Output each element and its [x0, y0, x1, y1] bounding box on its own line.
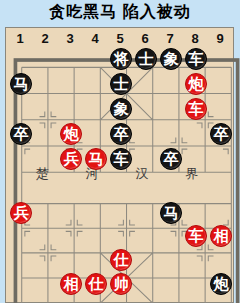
river-text: 界	[183, 166, 201, 181]
piece-red-cannon[interactable]: 炮	[185, 73, 207, 95]
piece-red-advisor[interactable]: 仕	[110, 249, 132, 271]
piece-black-soldier[interactable]: 卒	[110, 123, 132, 145]
piece-red-chariot[interactable]: 车	[185, 225, 207, 247]
piece-black-horse[interactable]: 马	[160, 202, 182, 224]
piece-red-elephant[interactable]: 相	[60, 273, 82, 295]
piece-red-soldier[interactable]: 兵	[60, 148, 82, 170]
piece-red-chariot[interactable]: 车	[185, 98, 207, 120]
piece-black-elephant[interactable]: 象	[160, 48, 182, 70]
piece-black-general[interactable]: 将	[110, 48, 132, 70]
piece-red-king[interactable]: 帅	[110, 273, 132, 295]
river-text: 汉	[133, 166, 151, 181]
river-text: 楚	[33, 166, 51, 181]
piece-black-soldier[interactable]: 卒	[160, 148, 182, 170]
piece-red-horse[interactable]: 马	[85, 148, 107, 170]
piece-black-elephant[interactable]: 象	[110, 98, 132, 120]
piece-black-cannon[interactable]: 炮	[210, 273, 232, 295]
piece-black-advisor[interactable]: 士	[110, 73, 132, 95]
page: { "title": "贪吃黑马 陷入被动", "game": "xiangqi…	[0, 0, 240, 303]
xiangqi-board: 123456789 楚河汉界 将士象车马士炮象车卒炮卒卒兵马车卒兵马车相仕相仕帅…	[5, 27, 234, 303]
piece-red-advisor[interactable]: 仕	[85, 273, 107, 295]
piece-black-soldier[interactable]: 卒	[10, 123, 32, 145]
piece-red-cannon[interactable]: 炮	[60, 123, 82, 145]
piece-red-soldier[interactable]: 兵	[10, 202, 32, 224]
piece-black-soldier[interactable]: 卒	[210, 123, 232, 145]
piece-black-horse[interactable]: 马	[10, 73, 32, 95]
page-title: 贪吃黑马 陷入被动	[0, 2, 240, 26]
piece-black-chariot[interactable]: 车	[110, 148, 132, 170]
piece-red-elephant[interactable]: 相	[210, 225, 232, 247]
piece-black-chariot[interactable]: 车	[185, 48, 207, 70]
piece-black-advisor[interactable]: 士	[135, 48, 157, 70]
